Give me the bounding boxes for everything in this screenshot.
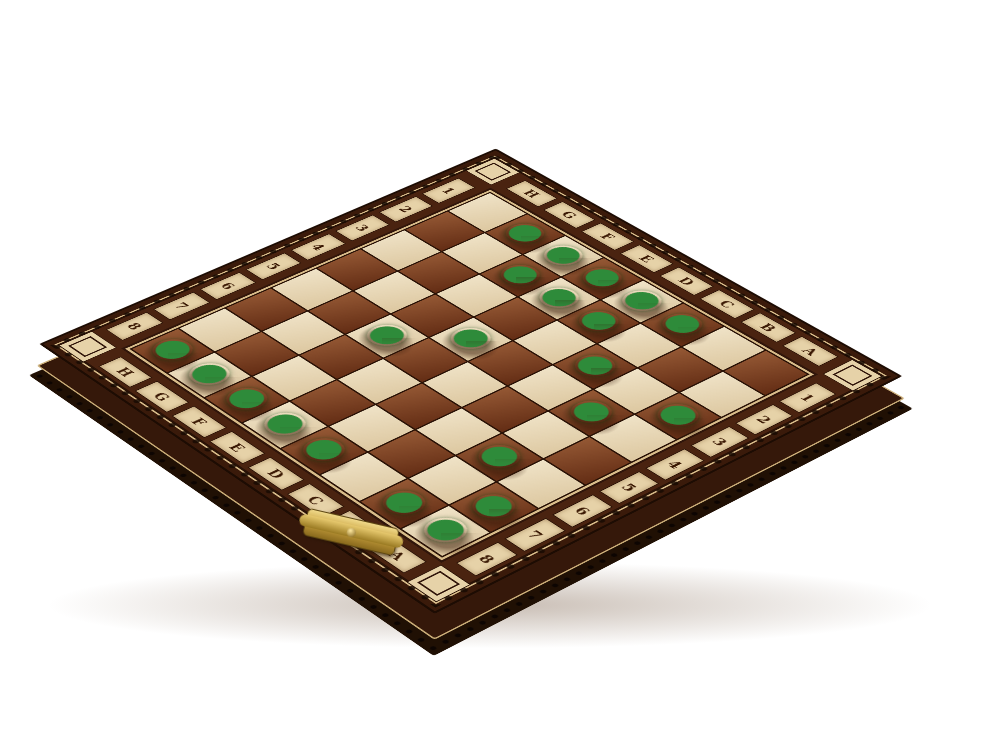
border-label-text: A xyxy=(799,345,822,357)
piece-black-bishop-a3[interactable]: ♝ xyxy=(625,317,722,425)
photo-canvas: HGFEDCBA HGFEDCBA 12345678 12345678 ♜♞♝♚… xyxy=(0,0,1000,751)
border-label-text: F xyxy=(597,231,619,242)
border-label-text: H xyxy=(520,188,544,200)
piece-white-rook-a8[interactable]: ♜ xyxy=(395,439,486,541)
piece-black-knight-b4[interactable]: ♞ xyxy=(538,314,635,422)
border-label-text: E xyxy=(635,253,658,264)
border-label-text: 2 xyxy=(395,204,417,214)
piece-white-pawn-e4[interactable]: ♟ xyxy=(432,269,501,346)
border-label-text: 5 xyxy=(262,261,284,272)
border-label-text: 3 xyxy=(352,223,374,234)
border-label-text: D xyxy=(674,275,698,287)
border-label-text: G xyxy=(558,209,581,220)
board-perspective-wrapper: HGFEDCBA HGFEDCBA 12345678 12345678 ♜♞♝♚… xyxy=(39,149,902,614)
border-label-text: 1 xyxy=(438,186,459,196)
chess-board: HGFEDCBA HGFEDCBA 12345678 12345678 ♜♞♝♚… xyxy=(39,149,902,614)
border-label-text: 8 xyxy=(123,321,146,332)
border-label-text: B xyxy=(756,321,780,333)
scene: HGFEDCBA HGFEDCBA 12345678 12345678 ♜♞♝♚… xyxy=(0,0,1000,751)
border-label-text: 4 xyxy=(307,242,329,253)
